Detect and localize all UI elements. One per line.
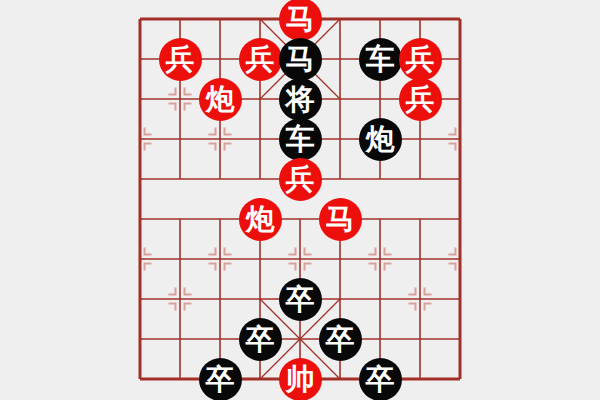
pieces-layer: 马兵兵马车兵炮将兵车炮兵炮马卒卒卒卒帅卒 — [120, 0, 480, 399]
piece-black-chariot[interactable]: 车 — [279, 118, 322, 161]
piece-red-pawn[interactable]: 兵 — [399, 78, 442, 121]
piece-red-pawn[interactable]: 兵 — [399, 38, 442, 81]
piece-black-soldier[interactable]: 卒 — [319, 318, 362, 361]
piece-red-general[interactable]: 帅 — [279, 358, 322, 400]
piece-black-cannon[interactable]: 炮 — [359, 118, 402, 161]
piece-red-pawn[interactable]: 兵 — [239, 38, 282, 81]
piece-black-soldier[interactable]: 卒 — [239, 318, 282, 361]
piece-black-soldier[interactable]: 卒 — [359, 358, 402, 400]
piece-black-general[interactable]: 将 — [279, 78, 322, 121]
piece-black-chariot[interactable]: 车 — [359, 38, 402, 81]
piece-red-cannon[interactable]: 炮 — [199, 78, 242, 121]
piece-red-pawn[interactable]: 兵 — [159, 38, 202, 81]
xiangqi-diagram: 马兵兵马车兵炮将兵车炮兵炮马卒卒卒卒帅卒 — [0, 0, 600, 400]
piece-red-horse[interactable]: 马 — [319, 198, 362, 241]
piece-black-horse[interactable]: 马 — [279, 38, 322, 81]
piece-red-horse[interactable]: 马 — [279, 0, 322, 41]
piece-red-pawn[interactable]: 兵 — [279, 158, 322, 201]
piece-black-soldier[interactable]: 卒 — [279, 278, 322, 321]
piece-black-soldier[interactable]: 卒 — [199, 358, 242, 400]
piece-red-cannon[interactable]: 炮 — [239, 198, 282, 241]
